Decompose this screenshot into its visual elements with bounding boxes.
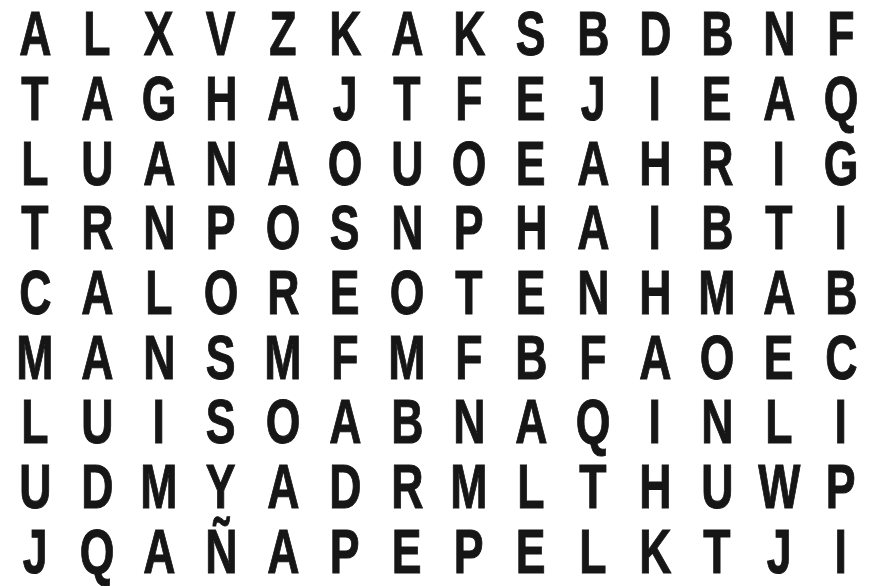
- grid-letter: E: [516, 520, 546, 583]
- grid-cell-r9c11[interactable]: K: [624, 519, 686, 584]
- grid-letter: H: [639, 132, 671, 195]
- grid-letter: I: [835, 520, 847, 583]
- grid-cell-r9c3[interactable]: A: [128, 519, 190, 584]
- grid-letter: F: [827, 3, 854, 66]
- grid-cell-r2c5[interactable]: A: [252, 67, 314, 132]
- grid-cell-r7c4[interactable]: S: [190, 390, 252, 455]
- grid-letter: K: [639, 520, 671, 583]
- grid-cell-r5c12[interactable]: M: [686, 261, 748, 326]
- grid-cell-r4c5[interactable]: O: [252, 196, 314, 261]
- grid-cell-r8c4[interactable]: Y: [190, 455, 252, 520]
- grid-cell-r5c2[interactable]: A: [66, 261, 128, 326]
- grid-letter: H: [515, 197, 547, 260]
- grid-cell-r6c8[interactable]: F: [438, 325, 500, 390]
- grid-cell-r1c5[interactable]: Z: [252, 2, 314, 67]
- grid-cell-r9c7[interactable]: E: [376, 519, 438, 584]
- grid-letter: I: [835, 197, 847, 260]
- grid-cell-r8c3[interactable]: M: [128, 455, 190, 520]
- grid-letter: O: [266, 391, 301, 454]
- grid-letter: I: [835, 391, 847, 454]
- grid-letter: B: [515, 326, 547, 389]
- grid-letter: D: [639, 3, 671, 66]
- grid-cell-r1c1[interactable]: A: [4, 2, 66, 67]
- grid-letter: H: [205, 67, 237, 130]
- grid-cell-r9c9[interactable]: E: [500, 519, 562, 584]
- grid-cell-r2c3[interactable]: G: [128, 67, 190, 132]
- grid-letter: A: [81, 261, 113, 324]
- grid-letter: B: [391, 391, 423, 454]
- grid-letter: M: [264, 326, 301, 389]
- grid-letter: A: [391, 3, 423, 66]
- grid-letter: X: [144, 3, 174, 66]
- grid-letter: O: [452, 132, 487, 195]
- grid-cell-r3c5[interactable]: A: [252, 131, 314, 196]
- grid-letter: E: [764, 326, 794, 389]
- grid-cell-r4c4[interactable]: P: [190, 196, 252, 261]
- grid-cell-r1c3[interactable]: X: [128, 2, 190, 67]
- grid-cell-r1c9[interactable]: S: [500, 2, 562, 67]
- grid-cell-r6c13[interactable]: E: [748, 325, 810, 390]
- grid-letter: O: [204, 261, 239, 324]
- grid-letter: W: [758, 455, 800, 518]
- grid-cell-r9c14[interactable]: I: [810, 519, 872, 584]
- grid-cell-r5c5[interactable]: R: [252, 261, 314, 326]
- grid-letter: R: [81, 197, 113, 260]
- grid-cell-r6c4[interactable]: S: [190, 325, 252, 390]
- grid-letter: N: [205, 132, 237, 195]
- grid-letter: T: [21, 197, 48, 260]
- grid-cell-r5c13[interactable]: A: [748, 261, 810, 326]
- grid-cell-r3c3[interactable]: A: [128, 131, 190, 196]
- grid-cell-r1c6[interactable]: K: [314, 2, 376, 67]
- grid-cell-r9c10[interactable]: L: [562, 519, 624, 584]
- grid-letter: A: [267, 455, 299, 518]
- grid-letter: B: [701, 197, 733, 260]
- grid-cell-r9c2[interactable]: Q: [66, 519, 128, 584]
- grid-letter: K: [453, 3, 485, 66]
- grid-cell-r8c1[interactable]: U: [4, 455, 66, 520]
- grid-letter: N: [391, 197, 423, 260]
- grid-cell-r7c12[interactable]: N: [686, 390, 748, 455]
- grid-cell-r7c14[interactable]: I: [810, 390, 872, 455]
- grid-letter: M: [450, 455, 487, 518]
- grid-letter: J: [767, 520, 792, 583]
- grid-letter: T: [765, 197, 792, 260]
- grid-letter: L: [517, 455, 544, 518]
- grid-letter: A: [143, 132, 175, 195]
- grid-letter: P: [206, 197, 236, 260]
- grid-letter: E: [702, 67, 732, 130]
- grid-letter: A: [19, 3, 51, 66]
- grid-cell-r1c13[interactable]: N: [748, 2, 810, 67]
- grid-letter: T: [455, 261, 482, 324]
- grid-letter: A: [143, 520, 175, 583]
- grid-cell-r5c1[interactable]: C: [4, 261, 66, 326]
- grid-letter: N: [143, 326, 175, 389]
- grid-cell-r2c1[interactable]: T: [4, 67, 66, 132]
- grid-letter: F: [579, 326, 606, 389]
- grid-cell-r4c9[interactable]: H: [500, 196, 562, 261]
- grid-letter: S: [206, 391, 236, 454]
- grid-cell-r5c11[interactable]: H: [624, 261, 686, 326]
- grid-cell-r7c10[interactable]: Q: [562, 390, 624, 455]
- grid-cell-r3c7[interactable]: U: [376, 131, 438, 196]
- grid-cell-r4c7[interactable]: N: [376, 196, 438, 261]
- grid-cell-r5c3[interactable]: L: [128, 261, 190, 326]
- grid-letter: J: [581, 67, 606, 130]
- grid-letter: U: [391, 132, 423, 195]
- grid-letter: Q: [80, 520, 115, 583]
- grid-letter: I: [773, 132, 785, 195]
- grid-cell-r4c11[interactable]: I: [624, 196, 686, 261]
- grid-cell-r1c12[interactable]: B: [686, 2, 748, 67]
- grid-cell-r9c12[interactable]: T: [686, 519, 748, 584]
- grid-letter: I: [649, 67, 661, 130]
- grid-letter: O: [390, 261, 425, 324]
- grid-cell-r6c14[interactable]: C: [810, 325, 872, 390]
- grid-letter: A: [763, 67, 795, 130]
- grid-letter: O: [266, 197, 301, 260]
- word-search-board: ALXVZKAKSBDBNFTAGHAJTFEJIEAQLUANAOUOEAHR…: [0, 0, 879, 586]
- grid-cell-r5c6[interactable]: E: [314, 261, 376, 326]
- grid-cell-r3c9[interactable]: E: [500, 131, 562, 196]
- grid-cell-r7c13[interactable]: L: [748, 390, 810, 455]
- grid-letter: G: [824, 132, 859, 195]
- grid-cell-r5c4[interactable]: O: [190, 261, 252, 326]
- grid-cell-r1c14[interactable]: F: [810, 2, 872, 67]
- grid-letter: T: [393, 67, 420, 130]
- grid-letter: R: [267, 261, 299, 324]
- grid-letter: K: [329, 3, 361, 66]
- grid-cell-r2c4[interactable]: H: [190, 67, 252, 132]
- grid-cell-r4c10[interactable]: A: [562, 196, 624, 261]
- grid-cell-r6c2[interactable]: A: [66, 325, 128, 390]
- grid-cell-r2c6[interactable]: J: [314, 67, 376, 132]
- grid-cell-r7c8[interactable]: N: [438, 390, 500, 455]
- grid-cell-r8c9[interactable]: L: [500, 455, 562, 520]
- grid-letter: F: [455, 326, 482, 389]
- grid-letter: E: [516, 67, 546, 130]
- grid-letter: U: [19, 455, 51, 518]
- grid-cell-r4c6[interactable]: S: [314, 196, 376, 261]
- grid-letter: E: [330, 261, 360, 324]
- grid-letter: M: [388, 326, 425, 389]
- grid-cell-r7c6[interactable]: A: [314, 390, 376, 455]
- grid-letter: T: [579, 455, 606, 518]
- grid-letter: Z: [269, 3, 296, 66]
- grid-cell-r6c1[interactable]: M: [4, 325, 66, 390]
- grid-letter: I: [153, 391, 165, 454]
- grid-letter: J: [333, 67, 358, 130]
- grid-letter: I: [649, 391, 661, 454]
- grid-cell-r8c11[interactable]: H: [624, 455, 686, 520]
- grid-letter: L: [145, 261, 172, 324]
- grid-letter: N: [701, 391, 733, 454]
- grid-cell-r8c8[interactable]: M: [438, 455, 500, 520]
- grid-letter: T: [703, 520, 730, 583]
- grid-cell-r7c1[interactable]: L: [4, 390, 66, 455]
- grid-letter: L: [21, 391, 48, 454]
- grid-cell-r3c12[interactable]: R: [686, 131, 748, 196]
- grid-letter: Q: [576, 391, 611, 454]
- grid-cell-r5c7[interactable]: O: [376, 261, 438, 326]
- grid-cell-r5c14[interactable]: B: [810, 261, 872, 326]
- grid-letter: S: [516, 3, 546, 66]
- grid-letter: A: [763, 261, 795, 324]
- grid-letter: L: [83, 3, 110, 66]
- grid-letter: L: [765, 391, 792, 454]
- grid-letter: J: [23, 520, 48, 583]
- grid-letter: G: [142, 67, 177, 130]
- grid-cell-r6c10[interactable]: F: [562, 325, 624, 390]
- grid-letter: Ñ: [205, 520, 237, 583]
- grid-letter: R: [701, 132, 733, 195]
- grid-letter: A: [267, 520, 299, 583]
- grid-letter: M: [140, 455, 177, 518]
- grid-cell-r6c12[interactable]: O: [686, 325, 748, 390]
- grid-letter: D: [329, 455, 361, 518]
- grid-letter: L: [579, 520, 606, 583]
- grid-cell-r5c8[interactable]: T: [438, 261, 500, 326]
- grid-cell-r6c11[interactable]: A: [624, 325, 686, 390]
- grid-letter: Y: [206, 455, 236, 518]
- grid-cell-r6c5[interactable]: M: [252, 325, 314, 390]
- grid-cell-r7c3[interactable]: I: [128, 390, 190, 455]
- grid-cell-r3c10[interactable]: A: [562, 131, 624, 196]
- grid-letter: P: [330, 520, 360, 583]
- grid-cell-r3c14[interactable]: G: [810, 131, 872, 196]
- grid-cell-r9c5[interactable]: A: [252, 519, 314, 584]
- grid-letter: F: [455, 67, 482, 130]
- grid-letter: T: [21, 67, 48, 130]
- grid-letter: H: [639, 261, 671, 324]
- grid-cell-r3c8[interactable]: O: [438, 131, 500, 196]
- grid-letter: S: [330, 197, 360, 260]
- grid-cell-r6c6[interactable]: F: [314, 325, 376, 390]
- grid-cell-r1c11[interactable]: D: [624, 2, 686, 67]
- grid-cell-r8c10[interactable]: T: [562, 455, 624, 520]
- grid-cell-r9c6[interactable]: P: [314, 519, 376, 584]
- grid-letter: O: [700, 326, 735, 389]
- grid-cell-r2c10[interactable]: J: [562, 67, 624, 132]
- grid-letter: H: [639, 455, 671, 518]
- grid-cell-r5c10[interactable]: N: [562, 261, 624, 326]
- grid-cell-r9c1[interactable]: J: [4, 519, 66, 584]
- grid-letter: P: [454, 520, 484, 583]
- grid-cell-r6c3[interactable]: N: [128, 325, 190, 390]
- grid-cell-r4c14[interactable]: I: [810, 196, 872, 261]
- grid-cell-r8c6[interactable]: D: [314, 455, 376, 520]
- grid-letter: B: [577, 3, 609, 66]
- grid-cell-r3c11[interactable]: H: [624, 131, 686, 196]
- grid-letter: Q: [824, 67, 859, 130]
- grid-letter: S: [206, 326, 236, 389]
- grid-letter: L: [21, 132, 48, 195]
- grid-letter: A: [577, 197, 609, 260]
- grid-letter: B: [825, 261, 857, 324]
- grid-letter: N: [577, 261, 609, 324]
- grid-cell-r4c3[interactable]: N: [128, 196, 190, 261]
- grid-cell-r2c12[interactable]: E: [686, 67, 748, 132]
- grid-cell-r2c14[interactable]: Q: [810, 67, 872, 132]
- grid-cell-r4c2[interactable]: R: [66, 196, 128, 261]
- grid-letter: P: [826, 455, 856, 518]
- grid-letter: A: [81, 67, 113, 130]
- grid-letter: C: [825, 326, 857, 389]
- grid-cell-r2c8[interactable]: F: [438, 67, 500, 132]
- grid-cell-r8c12[interactable]: U: [686, 455, 748, 520]
- grid-letter: A: [267, 132, 299, 195]
- grid-cell-r4c1[interactable]: T: [4, 196, 66, 261]
- grid-cell-r8c7[interactable]: R: [376, 455, 438, 520]
- grid-letter: R: [391, 455, 423, 518]
- grid-cell-r3c2[interactable]: U: [66, 131, 128, 196]
- grid-cell-r2c13[interactable]: A: [748, 67, 810, 132]
- grid-letter: U: [701, 455, 733, 518]
- grid-cell-r6c7[interactable]: M: [376, 325, 438, 390]
- grid-letter: U: [81, 132, 113, 195]
- grid-letter: U: [81, 391, 113, 454]
- grid-letter: D: [81, 455, 113, 518]
- grid-letter: N: [763, 3, 795, 66]
- grid-letter: N: [453, 391, 485, 454]
- grid-cell-r3c13[interactable]: I: [748, 131, 810, 196]
- grid-cell-r9c4[interactable]: Ñ: [190, 519, 252, 584]
- grid-cell-r8c5[interactable]: A: [252, 455, 314, 520]
- grid-letter: A: [81, 326, 113, 389]
- grid-cell-r2c11[interactable]: I: [624, 67, 686, 132]
- grid-cell-r5c9[interactable]: E: [500, 261, 562, 326]
- grid-cell-r3c6[interactable]: O: [314, 131, 376, 196]
- grid-cell-r6c9[interactable]: B: [500, 325, 562, 390]
- grid-letter: A: [267, 67, 299, 130]
- grid-letter: E: [516, 261, 546, 324]
- grid-letter: P: [454, 197, 484, 260]
- grid-letter: O: [328, 132, 363, 195]
- grid-cell-r2c2[interactable]: A: [66, 67, 128, 132]
- grid-letter: F: [331, 326, 358, 389]
- grid-letter: M: [698, 261, 735, 324]
- grid-letter: E: [516, 132, 546, 195]
- grid-letter: A: [577, 132, 609, 195]
- grid-letter: C: [19, 261, 51, 324]
- grid-cell-r1c8[interactable]: K: [438, 2, 500, 67]
- grid-letter: B: [701, 3, 733, 66]
- grid-letter: V: [206, 3, 236, 66]
- grid-cell-r2c7[interactable]: T: [376, 67, 438, 132]
- grid-cell-r3c4[interactable]: N: [190, 131, 252, 196]
- grid-cell-r4c8[interactable]: P: [438, 196, 500, 261]
- grid-cell-r7c9[interactable]: A: [500, 390, 562, 455]
- grid-cell-r7c11[interactable]: I: [624, 390, 686, 455]
- grid-cell-r9c13[interactable]: J: [748, 519, 810, 584]
- grid-cell-r8c14[interactable]: P: [810, 455, 872, 520]
- grid-cell-r8c2[interactable]: D: [66, 455, 128, 520]
- grid-letter: A: [639, 326, 671, 389]
- grid-cell-r9c8[interactable]: P: [438, 519, 500, 584]
- grid-cell-r4c13[interactable]: T: [748, 196, 810, 261]
- grid-cell-r7c5[interactable]: O: [252, 390, 314, 455]
- grid-cell-r1c7[interactable]: A: [376, 2, 438, 67]
- grid-letter: M: [16, 326, 53, 389]
- grid-cell-r7c2[interactable]: U: [66, 390, 128, 455]
- grid-letter: A: [329, 391, 361, 454]
- grid-letter: I: [649, 197, 661, 260]
- grid-cell-r1c4[interactable]: V: [190, 2, 252, 67]
- grid-letter: N: [143, 197, 175, 260]
- grid-cell-r3c1[interactable]: L: [4, 131, 66, 196]
- grid-cell-r8c13[interactable]: W: [748, 455, 810, 520]
- letter-grid: ALXVZKAKSBDBNFTAGHAJTFEJIEAQLUANAOUOEAHR…: [4, 2, 872, 584]
- grid-cell-r1c2[interactable]: L: [66, 2, 128, 67]
- grid-cell-r4c12[interactable]: B: [686, 196, 748, 261]
- grid-cell-r1c10[interactable]: B: [562, 2, 624, 67]
- grid-cell-r2c9[interactable]: E: [500, 67, 562, 132]
- grid-cell-r7c7[interactable]: B: [376, 390, 438, 455]
- grid-letter: E: [392, 520, 422, 583]
- grid-letter: A: [515, 391, 547, 454]
